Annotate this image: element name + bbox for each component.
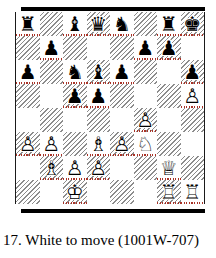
- piece-white-pawn: ♟♙: [16, 132, 40, 156]
- chess-board: ♜♝♛♞♜♚♟♟♟♟♞♝♟♟♟♟♟♙♟♙♟♙♟♙♝♗♟♙♞♘♝♗♟♙♟♙♛♕♚♔…: [15, 12, 205, 204]
- piece-black-rook: ♜: [16, 12, 40, 36]
- piece-black-knight: ♞: [63, 60, 87, 84]
- square-g1: ♜♖: [157, 180, 181, 204]
- board-bottom-border: [21, 209, 205, 213]
- square-e3: ♟♙: [110, 132, 134, 156]
- square-a8: ♜: [16, 12, 40, 36]
- square-g6: [157, 60, 181, 84]
- square-f1: [134, 180, 158, 204]
- square-b7: ♟: [40, 36, 64, 60]
- square-f5: [134, 84, 158, 108]
- square-b2: ♝♗: [40, 156, 64, 180]
- square-h4: [181, 108, 205, 132]
- square-c6: ♞: [63, 60, 87, 84]
- piece-white-knight: ♞♘: [134, 132, 158, 156]
- square-e2: [110, 156, 134, 180]
- square-a1: [16, 180, 40, 204]
- square-h1: ♜♖: [181, 180, 205, 204]
- piece-black-pawn: ♟: [134, 36, 158, 60]
- chess-diagram-page: ♜♝♛♞♜♚♟♟♟♟♞♝♟♟♟♟♟♙♟♙♟♙♟♙♝♗♟♙♞♘♝♗♟♙♟♙♛♕♚♔…: [0, 0, 216, 258]
- square-d7: [87, 36, 111, 60]
- square-h2: [181, 156, 205, 180]
- square-g8: ♜: [157, 12, 181, 36]
- piece-white-pawn: ♟♙: [110, 132, 134, 156]
- piece-white-pawn: ♟♙: [87, 156, 111, 180]
- square-f7: ♟: [134, 36, 158, 60]
- piece-black-pawn: ♟: [181, 60, 205, 84]
- diagram-caption: 17. White to move (1001W-707): [3, 232, 215, 249]
- square-c1: ♚♔: [63, 180, 87, 204]
- square-d6: ♝: [87, 60, 111, 84]
- square-d5: ♟: [87, 84, 111, 108]
- square-h7: [181, 36, 205, 60]
- square-d8: ♛: [87, 12, 111, 36]
- square-a7: [16, 36, 40, 60]
- square-c4: [63, 108, 87, 132]
- piece-white-pawn: ♟♙: [134, 108, 158, 132]
- piece-black-pawn: ♟: [110, 60, 134, 84]
- square-f2: [134, 156, 158, 180]
- square-f4: ♟♙: [134, 108, 158, 132]
- piece-black-pawn: ♟: [16, 60, 40, 84]
- square-f8: [134, 12, 158, 36]
- square-g2: ♛♕: [157, 156, 181, 180]
- piece-black-pawn: ♟: [40, 36, 64, 60]
- square-b5: [40, 84, 64, 108]
- square-c2: ♟♙: [63, 156, 87, 180]
- square-c7: [63, 36, 87, 60]
- square-c8: ♝: [63, 12, 87, 36]
- square-a2: [16, 156, 40, 180]
- piece-black-knight: ♞: [110, 12, 134, 36]
- square-f6: [134, 60, 158, 84]
- square-g3: [157, 132, 181, 156]
- square-c3: [63, 132, 87, 156]
- square-b8: [40, 12, 64, 36]
- piece-white-rook: ♜♖: [181, 180, 205, 204]
- square-e4: [110, 108, 134, 132]
- square-g5: [157, 84, 181, 108]
- piece-black-rook: ♜: [157, 12, 181, 36]
- square-a4: [16, 108, 40, 132]
- piece-black-king: ♚: [181, 12, 205, 36]
- board-top-border: [21, 7, 205, 11]
- piece-black-bishop: ♝: [63, 12, 87, 36]
- square-d3: ♝♗: [87, 132, 111, 156]
- piece-white-queen: ♛♕: [157, 156, 181, 180]
- piece-black-pawn: ♟: [87, 84, 111, 108]
- square-e8: ♞: [110, 12, 134, 36]
- square-h8: ♚: [181, 12, 205, 36]
- square-d2: ♟♙: [87, 156, 111, 180]
- square-a3: ♟♙: [16, 132, 40, 156]
- square-e6: ♟: [110, 60, 134, 84]
- square-b1: [40, 180, 64, 204]
- piece-white-pawn: ♟♙: [181, 84, 205, 108]
- piece-black-pawn: ♟: [157, 36, 181, 60]
- square-e5: [110, 84, 134, 108]
- square-g7: ♟: [157, 36, 181, 60]
- square-d1: [87, 180, 111, 204]
- piece-white-rook: ♜♖: [157, 180, 181, 204]
- square-c5: ♟: [63, 84, 87, 108]
- square-h5: ♟♙: [181, 84, 205, 108]
- square-e7: [110, 36, 134, 60]
- square-d4: [87, 108, 111, 132]
- square-b6: [40, 60, 64, 84]
- piece-white-bishop: ♝♗: [40, 156, 64, 180]
- square-a5: [16, 84, 40, 108]
- piece-white-pawn: ♟♙: [40, 132, 64, 156]
- piece-white-bishop: ♝♗: [87, 132, 111, 156]
- square-a6: ♟: [16, 60, 40, 84]
- piece-black-pawn: ♟: [63, 84, 87, 108]
- square-e1: [110, 180, 134, 204]
- piece-black-queen: ♛: [87, 12, 111, 36]
- square-h3: [181, 132, 205, 156]
- square-b4: [40, 108, 64, 132]
- piece-black-bishop: ♝: [87, 60, 111, 84]
- square-h6: ♟: [181, 60, 205, 84]
- square-b3: ♟♙: [40, 132, 64, 156]
- square-f3: ♞♘: [134, 132, 158, 156]
- piece-white-king: ♚♔: [63, 180, 87, 204]
- piece-white-pawn: ♟♙: [63, 156, 87, 180]
- square-g4: [157, 108, 181, 132]
